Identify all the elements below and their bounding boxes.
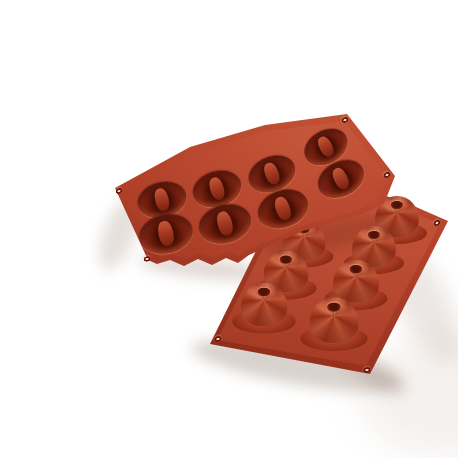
cavity-center-ridge	[153, 187, 171, 212]
silicone-mold-cavity-side	[40, 16, 458, 458]
back-mold-cavities	[40, 16, 458, 458]
mold-cavity	[136, 210, 197, 259]
cavity-center-ridge	[207, 176, 226, 201]
cavity-center-ridge	[315, 134, 336, 158]
product-photo	[40, 16, 458, 458]
cavity-center-ridge	[273, 195, 293, 222]
cavity-center-ridge	[156, 220, 175, 247]
cavity-center-ridge	[330, 166, 351, 191]
cavity-center-ridge	[262, 161, 282, 186]
cavity-center-ridge	[215, 210, 235, 237]
